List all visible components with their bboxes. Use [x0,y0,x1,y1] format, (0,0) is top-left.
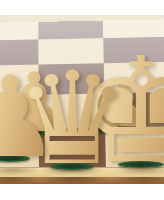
board-square [0,22,38,41]
chess-photo: ♟♟♟♟♛♚ [0,0,164,200]
white-pawn: ♟ [0,61,66,173]
photo-area: ♟♟♟♟♛♚ [0,15,164,184]
